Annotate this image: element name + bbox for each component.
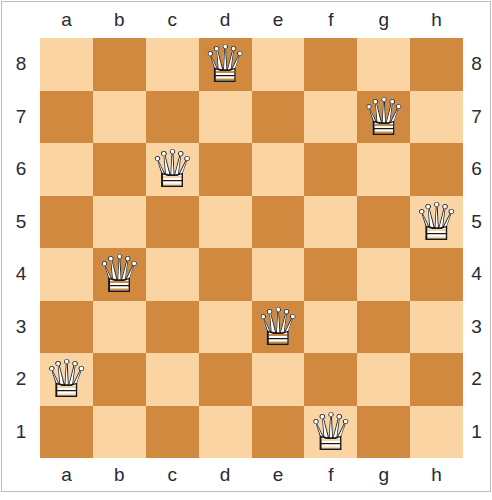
square-b5[interactable] bbox=[93, 196, 146, 249]
rank-label-8-left: 8 bbox=[2, 38, 40, 91]
rank-label-6-right: 6 bbox=[463, 143, 490, 196]
file-label-g-top: g bbox=[357, 2, 410, 38]
file-label-d-bottom: d bbox=[199, 458, 252, 491]
rank-label-7-right: 7 bbox=[463, 91, 490, 144]
square-f1[interactable]: ♛♕ bbox=[304, 406, 357, 459]
square-a3[interactable] bbox=[40, 301, 93, 354]
rank-label-4-right: 4 bbox=[463, 248, 490, 301]
chess-board: ♛♕♛♕♛♕♛♕♛♕♛♕♛♕♛♕ bbox=[40, 38, 463, 458]
file-label-f-bottom: f bbox=[304, 458, 357, 491]
rank-label-1-right: 1 bbox=[463, 406, 490, 459]
file-labels-top: abcdefgh bbox=[40, 2, 463, 38]
file-labels-bottom: abcdefgh bbox=[40, 458, 463, 491]
square-f8[interactable] bbox=[304, 38, 357, 91]
square-h5[interactable]: ♛♕ bbox=[410, 196, 463, 249]
rank-label-1-left: 1 bbox=[2, 406, 40, 459]
square-b6[interactable] bbox=[93, 143, 146, 196]
square-f5[interactable] bbox=[304, 196, 357, 249]
rank-label-2-left: 2 bbox=[2, 353, 40, 406]
square-g3[interactable] bbox=[357, 301, 410, 354]
white-queen-outline-glyph: ♕ bbox=[411, 196, 463, 248]
square-e6[interactable] bbox=[252, 143, 305, 196]
file-label-h-top: h bbox=[410, 2, 463, 38]
white-queen-piece: ♛♕ bbox=[411, 196, 463, 248]
square-a6[interactable] bbox=[40, 143, 93, 196]
rank-labels-right: 87654321 bbox=[463, 38, 490, 458]
square-d3[interactable] bbox=[199, 301, 252, 354]
square-h4[interactable] bbox=[410, 248, 463, 301]
file-label-f-top: f bbox=[304, 2, 357, 38]
white-queen-piece: ♛♕ bbox=[146, 143, 198, 195]
square-g1[interactable] bbox=[357, 406, 410, 459]
square-b3[interactable] bbox=[93, 301, 146, 354]
square-e1[interactable] bbox=[252, 406, 305, 459]
square-e7[interactable] bbox=[252, 91, 305, 144]
square-h3[interactable] bbox=[410, 301, 463, 354]
square-e2[interactable] bbox=[252, 353, 305, 406]
rank-label-3-right: 3 bbox=[463, 301, 490, 354]
file-label-d-top: d bbox=[199, 2, 252, 38]
file-label-a-top: a bbox=[40, 2, 93, 38]
square-f2[interactable] bbox=[304, 353, 357, 406]
square-b7[interactable] bbox=[93, 91, 146, 144]
rank-label-2-right: 2 bbox=[463, 353, 490, 406]
file-label-a-bottom: a bbox=[40, 458, 93, 491]
square-h6[interactable] bbox=[410, 143, 463, 196]
square-a1[interactable] bbox=[40, 406, 93, 459]
rank-label-6-left: 6 bbox=[2, 143, 40, 196]
square-d1[interactable] bbox=[199, 406, 252, 459]
square-c2[interactable] bbox=[146, 353, 199, 406]
square-c4[interactable] bbox=[146, 248, 199, 301]
rank-label-7-left: 7 bbox=[2, 91, 40, 144]
square-c5[interactable] bbox=[146, 196, 199, 249]
square-e3[interactable]: ♛♕ bbox=[252, 301, 305, 354]
white-queen-outline-glyph: ♕ bbox=[358, 91, 410, 143]
diagram-inner: abcdefgh 87654321 ♛♕♛♕♛♕♛♕♛♕♛♕♛♕♛♕ 87654… bbox=[2, 2, 490, 491]
square-g5[interactable] bbox=[357, 196, 410, 249]
white-queen-outline-glyph: ♕ bbox=[199, 38, 251, 90]
rank-label-4-left: 4 bbox=[2, 248, 40, 301]
square-f3[interactable] bbox=[304, 301, 357, 354]
square-d6[interactable] bbox=[199, 143, 252, 196]
file-label-e-bottom: e bbox=[252, 458, 305, 491]
square-g6[interactable] bbox=[357, 143, 410, 196]
square-d2[interactable] bbox=[199, 353, 252, 406]
square-e4[interactable] bbox=[252, 248, 305, 301]
white-queen-outline-glyph: ♕ bbox=[40, 353, 92, 405]
white-queen-piece: ♛♕ bbox=[252, 301, 304, 353]
square-a2[interactable]: ♛♕ bbox=[40, 353, 93, 406]
square-b1[interactable] bbox=[93, 406, 146, 459]
square-a7[interactable] bbox=[40, 91, 93, 144]
square-f7[interactable] bbox=[304, 91, 357, 144]
file-label-b-bottom: b bbox=[93, 458, 146, 491]
square-a8[interactable] bbox=[40, 38, 93, 91]
rank-label-3-left: 3 bbox=[2, 301, 40, 354]
square-f6[interactable] bbox=[304, 143, 357, 196]
square-d5[interactable] bbox=[199, 196, 252, 249]
square-b4[interactable]: ♛♕ bbox=[93, 248, 146, 301]
square-b2[interactable] bbox=[93, 353, 146, 406]
square-d8[interactable]: ♛♕ bbox=[199, 38, 252, 91]
square-g8[interactable] bbox=[357, 38, 410, 91]
rank-label-8-right: 8 bbox=[463, 38, 490, 91]
square-a4[interactable] bbox=[40, 248, 93, 301]
white-queen-piece: ♛♕ bbox=[358, 91, 410, 143]
white-queen-piece: ♛♕ bbox=[40, 353, 92, 405]
square-h1[interactable] bbox=[410, 406, 463, 459]
square-c1[interactable] bbox=[146, 406, 199, 459]
white-queen-outline-glyph: ♕ bbox=[93, 248, 145, 300]
square-b8[interactable] bbox=[93, 38, 146, 91]
square-e8[interactable] bbox=[252, 38, 305, 91]
white-queen-piece: ♛♕ bbox=[93, 248, 145, 300]
white-queen-outline-glyph: ♕ bbox=[146, 143, 198, 195]
square-d7[interactable] bbox=[199, 91, 252, 144]
rank-label-5-left: 5 bbox=[2, 196, 40, 249]
square-c3[interactable] bbox=[146, 301, 199, 354]
file-label-c-top: c bbox=[146, 2, 199, 38]
square-f4[interactable] bbox=[304, 248, 357, 301]
white-queen-outline-glyph: ♕ bbox=[305, 406, 357, 458]
square-h8[interactable] bbox=[410, 38, 463, 91]
file-label-b-top: b bbox=[93, 2, 146, 38]
square-a5[interactable] bbox=[40, 196, 93, 249]
square-c8[interactable] bbox=[146, 38, 199, 91]
square-g2[interactable] bbox=[357, 353, 410, 406]
square-c6[interactable]: ♛♕ bbox=[146, 143, 199, 196]
rank-labels-left: 87654321 bbox=[2, 38, 40, 458]
square-g7[interactable]: ♛♕ bbox=[357, 91, 410, 144]
square-h2[interactable] bbox=[410, 353, 463, 406]
square-h7[interactable] bbox=[410, 91, 463, 144]
white-queen-piece: ♛♕ bbox=[305, 406, 357, 458]
square-g4[interactable] bbox=[357, 248, 410, 301]
square-e5[interactable] bbox=[252, 196, 305, 249]
white-queen-outline-glyph: ♕ bbox=[252, 301, 304, 353]
white-queen-piece: ♛♕ bbox=[199, 38, 251, 90]
square-c7[interactable] bbox=[146, 91, 199, 144]
file-label-h-bottom: h bbox=[410, 458, 463, 491]
file-label-g-bottom: g bbox=[357, 458, 410, 491]
file-label-c-bottom: c bbox=[146, 458, 199, 491]
chess-diagram: abcdefgh 87654321 ♛♕♛♕♛♕♛♕♛♕♛♕♛♕♛♕ 87654… bbox=[0, 0, 492, 500]
square-d4[interactable] bbox=[199, 248, 252, 301]
file-label-e-top: e bbox=[252, 2, 305, 38]
rank-label-5-right: 5 bbox=[463, 196, 490, 249]
